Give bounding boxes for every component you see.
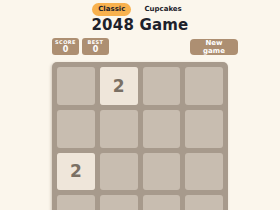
- best-value: 0: [93, 46, 99, 54]
- board-cell-r4c3: [143, 195, 181, 210]
- board-cell-r2c4: [185, 110, 223, 148]
- score-box: SCORE 0: [52, 38, 79, 55]
- tile-2: 2: [57, 153, 95, 191]
- score-group: SCORE 0 BEST 0: [52, 38, 109, 55]
- page-title: 2048 Game: [0, 16, 280, 34]
- score-value: 0: [63, 46, 69, 54]
- board-cell-r2c2: [100, 110, 138, 148]
- tab-classic[interactable]: Classic: [92, 3, 131, 16]
- page: { "game": "2048", "position": { "rows": …: [0, 0, 280, 210]
- board-cell-r4c1: [57, 195, 95, 210]
- board-cell-r3c1: 2: [57, 153, 95, 191]
- tab-bar: Classic Cupcakes: [0, 3, 280, 16]
- board-cell-r1c1: [57, 67, 95, 105]
- board-cell-r2c3: [143, 110, 181, 148]
- board-cell-r4c4: [185, 195, 223, 210]
- score-label: SCORE: [55, 40, 76, 45]
- board-cell-r4c2: [100, 195, 138, 210]
- board-cell-r3c3: [143, 153, 181, 191]
- board-cell-r3c2: [100, 153, 138, 191]
- board-cell-r3c4: [185, 153, 223, 191]
- board-cell-r2c1: [57, 110, 95, 148]
- tile-2: 2: [100, 67, 138, 105]
- board-cell-r1c3: [143, 67, 181, 105]
- board[interactable]: 22: [52, 62, 228, 210]
- best-label: BEST: [88, 40, 104, 45]
- new-game-button[interactable]: New game: [190, 39, 238, 55]
- board-cell-r1c2: 2: [100, 67, 138, 105]
- tab-cupcakes[interactable]: Cupcakes: [138, 3, 187, 16]
- best-box: BEST 0: [82, 38, 109, 55]
- board-cell-r1c4: [185, 67, 223, 105]
